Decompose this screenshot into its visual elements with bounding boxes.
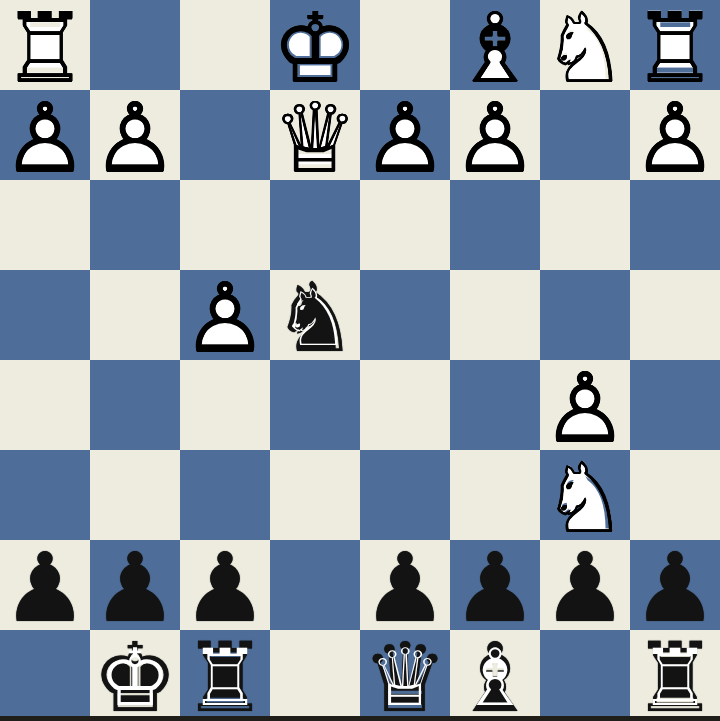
piece-black-rook[interactable]: ♜︎♖︎ bbox=[630, 630, 720, 720]
black-rook-outline-icon: ♖︎ bbox=[188, 641, 262, 715]
square-e3[interactable] bbox=[270, 180, 360, 270]
square-h8[interactable] bbox=[0, 630, 90, 720]
white-knight-outline-icon: ♘︎ bbox=[540, 3, 630, 93]
square-g2[interactable]: ♟︎♙︎ bbox=[90, 90, 180, 180]
square-c7[interactable]: ♟︎ bbox=[450, 540, 540, 630]
square-g8[interactable]: ♚︎♔︎ bbox=[90, 630, 180, 720]
white-queen-icon: ♛︎ bbox=[270, 93, 360, 183]
square-a2[interactable]: ♟︎♙︎ bbox=[630, 90, 720, 180]
black-pawn-icon: ♟︎ bbox=[540, 543, 630, 633]
black-queen-icon: ♛︎ bbox=[360, 633, 450, 721]
piece-black-pawn[interactable]: ♟︎ bbox=[180, 540, 270, 630]
square-a3[interactable] bbox=[630, 180, 720, 270]
piece-white-king[interactable]: ♚︎♔︎ bbox=[270, 0, 360, 90]
square-e2[interactable]: ♛︎♕︎ bbox=[270, 90, 360, 180]
white-rook-outline-icon: ♖︎ bbox=[0, 3, 90, 93]
black-king-outline-icon: ♔︎ bbox=[98, 641, 172, 715]
piece-white-pawn[interactable]: ♟︎♙︎ bbox=[0, 90, 90, 180]
piece-black-king[interactable]: ♚︎♔︎ bbox=[90, 630, 180, 720]
white-king-icon: ♚︎ bbox=[270, 3, 360, 93]
white-rook-icon: ♜︎ bbox=[0, 3, 90, 93]
square-b6[interactable]: ♞︎♘︎ bbox=[540, 450, 630, 540]
black-king-icon: ♚︎ bbox=[90, 633, 180, 721]
piece-black-pawn[interactable]: ♟︎ bbox=[540, 540, 630, 630]
piece-white-queen[interactable]: ♛︎♕︎ bbox=[270, 90, 360, 180]
square-h4[interactable] bbox=[0, 270, 90, 360]
square-b8[interactable] bbox=[540, 630, 630, 720]
piece-white-pawn[interactable]: ♟︎♙︎ bbox=[90, 90, 180, 180]
black-pawn-icon: ♟︎ bbox=[180, 543, 270, 633]
square-g3[interactable] bbox=[90, 180, 180, 270]
square-g5[interactable] bbox=[90, 360, 180, 450]
piece-white-knight[interactable]: ♞︎♘︎ bbox=[540, 450, 630, 540]
white-rook-outline-icon: ♖︎ bbox=[630, 3, 720, 93]
piece-white-pawn[interactable]: ♟︎♙︎ bbox=[540, 360, 630, 450]
piece-black-bishop[interactable]: ♝︎♗︎ bbox=[450, 630, 540, 720]
chess-app-window: ♜︎♖︎♚︎♔︎♝︎♗︎♞︎♘︎♜︎♖︎♟︎♙︎♟︎♙︎♛︎♕︎♟︎♙︎♟︎♙︎… bbox=[0, 0, 720, 721]
square-d8[interactable]: ♛︎♕︎ bbox=[360, 630, 450, 720]
square-c5[interactable] bbox=[450, 360, 540, 450]
chessboard: ♜︎♖︎♚︎♔︎♝︎♗︎♞︎♘︎♜︎♖︎♟︎♙︎♟︎♙︎♛︎♕︎♟︎♙︎♟︎♙︎… bbox=[0, 0, 720, 720]
square-c8[interactable]: ♝︎♗︎ bbox=[450, 630, 540, 720]
piece-white-pawn[interactable]: ♟︎♙︎ bbox=[450, 90, 540, 180]
black-pawn-icon: ♟︎ bbox=[360, 543, 450, 633]
piece-white-pawn[interactable]: ♟︎♙︎ bbox=[180, 270, 270, 360]
square-h7[interactable]: ♟︎ bbox=[0, 540, 90, 630]
piece-black-pawn[interactable]: ♟︎ bbox=[360, 540, 450, 630]
piece-black-knight[interactable]: ♞︎♘︎ bbox=[270, 270, 360, 360]
square-c3[interactable] bbox=[450, 180, 540, 270]
white-rook-icon: ♜︎ bbox=[630, 3, 720, 93]
square-f7[interactable]: ♟︎ bbox=[180, 540, 270, 630]
square-c2[interactable]: ♟︎♙︎ bbox=[450, 90, 540, 180]
white-bishop-outline-icon: ♗︎ bbox=[450, 3, 540, 93]
white-queen-outline-icon: ♕︎ bbox=[270, 93, 360, 183]
square-c4[interactable] bbox=[450, 270, 540, 360]
square-d1[interactable] bbox=[360, 0, 450, 90]
square-a1[interactable]: ♜︎♖︎ bbox=[630, 0, 720, 90]
square-a7[interactable]: ♟︎ bbox=[630, 540, 720, 630]
piece-white-bishop[interactable]: ♝︎♗︎ bbox=[450, 0, 540, 90]
white-pawn-outline-icon: ♙︎ bbox=[90, 93, 180, 183]
white-pawn-icon: ♟︎ bbox=[360, 93, 450, 183]
white-knight-outline-icon: ♘︎ bbox=[540, 453, 630, 543]
white-pawn-icon: ♟︎ bbox=[450, 93, 540, 183]
piece-black-queen[interactable]: ♛︎♕︎ bbox=[360, 630, 450, 720]
piece-white-pawn[interactable]: ♟︎♙︎ bbox=[630, 90, 720, 180]
white-king-outline-icon: ♔︎ bbox=[270, 3, 360, 93]
piece-white-rook[interactable]: ♜︎♖︎ bbox=[0, 0, 90, 90]
square-h6[interactable] bbox=[0, 450, 90, 540]
piece-white-rook[interactable]: ♜︎♖︎ bbox=[630, 0, 720, 90]
black-knight-icon: ♞︎ bbox=[270, 273, 360, 363]
square-c6[interactable] bbox=[450, 450, 540, 540]
black-knight-outline-icon: ♘︎ bbox=[278, 281, 352, 355]
piece-black-pawn[interactable]: ♟︎ bbox=[450, 540, 540, 630]
square-d2[interactable]: ♟︎♙︎ bbox=[360, 90, 450, 180]
piece-black-pawn[interactable]: ♟︎ bbox=[90, 540, 180, 630]
square-h1[interactable]: ♜︎♖︎ bbox=[0, 0, 90, 90]
white-pawn-icon: ♟︎ bbox=[180, 273, 270, 363]
square-a4[interactable] bbox=[630, 270, 720, 360]
white-pawn-outline-icon: ♙︎ bbox=[450, 93, 540, 183]
square-f8[interactable]: ♜︎♖︎ bbox=[180, 630, 270, 720]
window-edge-bar bbox=[0, 716, 720, 721]
black-bishop-outline-icon: ♗︎ bbox=[458, 641, 532, 715]
square-g4[interactable] bbox=[90, 270, 180, 360]
white-pawn-icon: ♟︎ bbox=[90, 93, 180, 183]
white-pawn-outline-icon: ♙︎ bbox=[0, 93, 90, 183]
piece-black-pawn[interactable]: ♟︎ bbox=[630, 540, 720, 630]
square-e1[interactable]: ♚︎♔︎ bbox=[270, 0, 360, 90]
square-b5[interactable]: ♟︎♙︎ bbox=[540, 360, 630, 450]
square-f6[interactable] bbox=[180, 450, 270, 540]
square-e6[interactable] bbox=[270, 450, 360, 540]
white-pawn-outline-icon: ♙︎ bbox=[630, 93, 720, 183]
white-bishop-icon: ♝︎ bbox=[450, 3, 540, 93]
square-f5[interactable] bbox=[180, 360, 270, 450]
square-d5[interactable] bbox=[360, 360, 450, 450]
square-d4[interactable] bbox=[360, 270, 450, 360]
square-h3[interactable] bbox=[0, 180, 90, 270]
square-f3[interactable] bbox=[180, 180, 270, 270]
square-f1[interactable] bbox=[180, 0, 270, 90]
square-e7[interactable] bbox=[270, 540, 360, 630]
piece-white-knight[interactable]: ♞︎♘︎ bbox=[540, 0, 630, 90]
square-e5[interactable] bbox=[270, 360, 360, 450]
piece-black-rook[interactable]: ♜︎♖︎ bbox=[180, 630, 270, 720]
square-e8[interactable] bbox=[270, 630, 360, 720]
black-pawn-icon: ♟︎ bbox=[90, 543, 180, 633]
square-a5[interactable] bbox=[630, 360, 720, 450]
white-pawn-icon: ♟︎ bbox=[0, 93, 90, 183]
square-g6[interactable] bbox=[90, 450, 180, 540]
square-f4[interactable]: ♟︎♙︎ bbox=[180, 270, 270, 360]
square-c1[interactable]: ♝︎♗︎ bbox=[450, 0, 540, 90]
square-d6[interactable] bbox=[360, 450, 450, 540]
white-pawn-outline-icon: ♙︎ bbox=[180, 273, 270, 363]
piece-black-pawn[interactable]: ♟︎ bbox=[0, 540, 90, 630]
black-rook-icon: ♜︎ bbox=[630, 633, 720, 721]
square-h2[interactable]: ♟︎♙︎ bbox=[0, 90, 90, 180]
square-b2[interactable] bbox=[540, 90, 630, 180]
square-b4[interactable] bbox=[540, 270, 630, 360]
square-b3[interactable] bbox=[540, 180, 630, 270]
white-pawn-icon: ♟︎ bbox=[630, 93, 720, 183]
square-f2[interactable] bbox=[180, 90, 270, 180]
white-knight-icon: ♞︎ bbox=[540, 3, 630, 93]
square-e4[interactable]: ♞︎♘︎ bbox=[270, 270, 360, 360]
white-pawn-outline-icon: ♙︎ bbox=[360, 93, 450, 183]
black-rook-outline-icon: ♖︎ bbox=[638, 641, 712, 715]
square-a6[interactable] bbox=[630, 450, 720, 540]
piece-white-pawn[interactable]: ♟︎♙︎ bbox=[360, 90, 450, 180]
white-knight-icon: ♞︎ bbox=[540, 453, 630, 543]
square-d7[interactable]: ♟︎ bbox=[360, 540, 450, 630]
square-a8[interactable]: ♜︎♖︎ bbox=[630, 630, 720, 720]
black-queen-outline-icon: ♕︎ bbox=[368, 641, 442, 715]
square-h5[interactable] bbox=[0, 360, 90, 450]
black-bishop-icon: ♝︎ bbox=[450, 633, 540, 721]
square-b1[interactable]: ♞︎♘︎ bbox=[540, 0, 630, 90]
square-b7[interactable]: ♟︎ bbox=[540, 540, 630, 630]
black-pawn-icon: ♟︎ bbox=[0, 543, 90, 633]
square-d3[interactable] bbox=[360, 180, 450, 270]
black-pawn-icon: ♟︎ bbox=[450, 543, 540, 633]
white-pawn-icon: ♟︎ bbox=[540, 363, 630, 453]
black-pawn-icon: ♟︎ bbox=[630, 543, 720, 633]
white-pawn-outline-icon: ♙︎ bbox=[540, 363, 630, 453]
square-g7[interactable]: ♟︎ bbox=[90, 540, 180, 630]
black-rook-icon: ♜︎ bbox=[180, 633, 270, 721]
square-g1[interactable] bbox=[90, 0, 180, 90]
